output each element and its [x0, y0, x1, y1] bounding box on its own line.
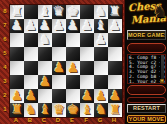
- file-label-e: E: [65, 116, 79, 124]
- square-e4[interactable]: ♟: [66, 61, 80, 75]
- black-piece-N-g8: ♞: [94, 4, 108, 19]
- black-piece-P-d7: ♟: [52, 18, 66, 33]
- file-label-d: D: [51, 116, 65, 124]
- file-label-h: H: [107, 116, 121, 124]
- square-a7[interactable]: ♟: [10, 19, 24, 33]
- sidebar: Chess Maniac ♞ MORE GAMES 6. Comp f8 - g…: [124, 0, 167, 124]
- square-h3[interactable]: [108, 75, 122, 89]
- white-piece-P-d4: ♟: [52, 60, 66, 75]
- square-f7[interactable]: ♟: [80, 19, 94, 33]
- square-h1[interactable]: ♜: [108, 103, 122, 117]
- square-d3[interactable]: [52, 75, 66, 89]
- white-piece-B-f1: ♝: [80, 102, 94, 117]
- white-piece-P-g2: ♟: [94, 88, 108, 103]
- square-g6[interactable]: ♟: [94, 33, 108, 47]
- square-a2[interactable]: ♟: [10, 89, 24, 103]
- knight-icon: ♞: [153, 4, 167, 20]
- square-a4[interactable]: [10, 61, 24, 75]
- square-f1[interactable]: ♝: [80, 103, 94, 117]
- square-c7[interactable]: ♟: [38, 19, 52, 33]
- square-g1[interactable]: ♞: [94, 103, 108, 117]
- white-piece-R-h1: ♜: [108, 102, 122, 117]
- square-h8[interactable]: ♜: [108, 5, 122, 19]
- logo: Chess Maniac ♞: [125, 0, 167, 29]
- square-f2[interactable]: ♟: [80, 89, 94, 103]
- more-games-button[interactable]: MORE GAMES: [127, 30, 166, 40]
- white-piece-K-e1: ♚: [66, 102, 80, 117]
- file-label-c: C: [37, 116, 51, 124]
- square-c2[interactable]: [38, 89, 52, 103]
- square-b6[interactable]: [24, 33, 38, 47]
- square-c6[interactable]: ♞: [38, 33, 52, 47]
- square-d2[interactable]: [52, 89, 66, 103]
- square-b5[interactable]: [24, 47, 38, 61]
- black-piece-P-h7: ♟: [108, 18, 122, 33]
- status-well-mid: [127, 85, 166, 95]
- black-piece-B-c8: ♝: [38, 4, 52, 19]
- black-piece-P-e7: ♟: [66, 18, 80, 33]
- white-piece-Q-d1: ♛: [52, 102, 66, 117]
- file-label-a: A: [9, 116, 23, 124]
- rank-label-7: 7: [1, 18, 9, 32]
- square-f8[interactable]: [80, 5, 94, 19]
- status-well-top: [127, 43, 166, 53]
- square-c4[interactable]: [38, 61, 52, 75]
- square-a1[interactable]: ♜: [10, 103, 24, 117]
- square-b3[interactable]: [24, 75, 38, 89]
- square-d6[interactable]: [52, 33, 66, 47]
- rank-label-5: 5: [1, 46, 9, 60]
- square-d1[interactable]: ♛: [52, 103, 66, 117]
- square-b1[interactable]: ♞: [24, 103, 38, 117]
- scroll-down-icon[interactable]: ▼: [160, 79, 164, 83]
- black-piece-Q-d8: ♛: [52, 4, 66, 19]
- rank-label-2: 2: [1, 88, 9, 102]
- square-e7[interactable]: ♟: [66, 19, 80, 33]
- square-f3[interactable]: [80, 75, 94, 89]
- white-piece-P-h2: ♟: [108, 88, 122, 103]
- black-piece-R-a8: ♜: [10, 4, 24, 19]
- black-piece-B-g7: ♝: [94, 18, 108, 33]
- square-e1[interactable]: ♚: [66, 103, 80, 117]
- square-h7[interactable]: ♟: [108, 19, 122, 33]
- board-frame: 87654321 ♜♝♛♚♞♜♟♟♟♟♟♟♝♟♞♟♟♟♟♟♟♟♟♟♜♞♝♛♚♝♞…: [0, 0, 124, 124]
- square-d7[interactable]: ♟: [52, 19, 66, 33]
- square-b4[interactable]: [24, 61, 38, 75]
- square-g2[interactable]: ♟: [94, 89, 108, 103]
- square-h4[interactable]: [108, 61, 122, 75]
- square-e8[interactable]: ♚: [66, 5, 80, 19]
- square-e3[interactable]: [66, 75, 80, 89]
- rank-label-8: 8: [1, 4, 9, 18]
- square-c3[interactable]: ♟: [38, 75, 52, 89]
- file-label-b: B: [23, 116, 37, 124]
- square-d5[interactable]: [52, 47, 66, 61]
- square-d8[interactable]: ♛: [52, 5, 66, 19]
- white-piece-R-a1: ♜: [10, 102, 24, 117]
- square-g3[interactable]: [94, 75, 108, 89]
- move-entry: 1. Your e2 - e4: [129, 80, 161, 84]
- black-piece-R-h8: ♜: [108, 4, 122, 19]
- black-piece-P-c7: ♟: [38, 18, 52, 33]
- white-piece-P-f2: ♟: [80, 88, 94, 103]
- file-label-f: F: [79, 116, 93, 124]
- white-piece-P-b2: ♟: [24, 88, 38, 103]
- rank-label-4: 4: [1, 60, 9, 74]
- square-d4[interactable]: ♟: [52, 61, 66, 75]
- square-f5[interactable]: [80, 47, 94, 61]
- square-a8[interactable]: ♜: [10, 5, 24, 19]
- black-piece-P-a7: ♟: [10, 18, 24, 33]
- square-c1[interactable]: ♝: [38, 103, 52, 117]
- square-a6[interactable]: [10, 33, 24, 47]
- white-piece-P-a2: ♟: [10, 88, 24, 103]
- black-piece-P-f7: ♟: [80, 18, 94, 33]
- white-piece-N-g1: ♞: [94, 102, 108, 117]
- rank-label-3: 3: [1, 74, 9, 88]
- square-e6[interactable]: [66, 33, 80, 47]
- square-b8[interactable]: [24, 5, 38, 19]
- black-piece-P-b7: ♟: [24, 18, 38, 33]
- square-e2[interactable]: [66, 89, 80, 103]
- square-g8[interactable]: ♞: [94, 5, 108, 19]
- your-move-button[interactable]: YOUR MOVE: [127, 115, 166, 123]
- rank-label-1: 1: [1, 102, 9, 116]
- square-f6[interactable]: [80, 33, 94, 47]
- square-a5[interactable]: [10, 47, 24, 61]
- file-labels: ABCDEFGH: [9, 116, 121, 124]
- white-piece-P-e4: ♟: [66, 60, 80, 75]
- square-g4[interactable]: [94, 61, 108, 75]
- status-well-small: [127, 97, 166, 103]
- white-piece-B-c1: ♝: [38, 102, 52, 117]
- square-a3[interactable]: [10, 75, 24, 89]
- square-c8[interactable]: ♝: [38, 5, 52, 19]
- rank-label-6: 6: [1, 32, 9, 46]
- black-piece-K-e8: ♚: [66, 4, 80, 19]
- chess-board: ♜♝♛♚♞♜♟♟♟♟♟♟♝♟♞♟♟♟♟♟♟♟♟♟♜♞♝♛♚♝♞♜: [9, 4, 123, 118]
- square-h6[interactable]: [108, 33, 122, 47]
- black-piece-N-c6: ♞: [38, 32, 52, 47]
- square-h2[interactable]: ♟: [108, 89, 122, 103]
- black-piece-P-g6: ♟: [94, 32, 108, 47]
- square-e5[interactable]: [66, 47, 80, 61]
- square-h5[interactable]: [108, 47, 122, 61]
- white-piece-P-c3: ♟: [38, 74, 52, 89]
- square-g5[interactable]: [94, 47, 108, 61]
- square-g7[interactable]: ♝: [94, 19, 108, 33]
- white-piece-N-b1: ♞: [24, 102, 38, 117]
- square-f4[interactable]: [80, 61, 94, 75]
- square-c5[interactable]: [38, 47, 52, 61]
- move-list-scrollbar[interactable]: ▼: [160, 55, 164, 83]
- file-label-g: G: [93, 116, 107, 124]
- square-b2[interactable]: ♟: [24, 89, 38, 103]
- rank-labels: 87654321: [1, 4, 9, 116]
- square-b7[interactable]: ♟: [24, 19, 38, 33]
- chess-maniac-app: 87654321 ♜♝♛♚♞♜♟♟♟♟♟♟♝♟♞♟♟♟♟♟♟♟♟♟♜♞♝♛♚♝♞…: [0, 0, 167, 124]
- restart-button[interactable]: RESTART: [127, 104, 166, 113]
